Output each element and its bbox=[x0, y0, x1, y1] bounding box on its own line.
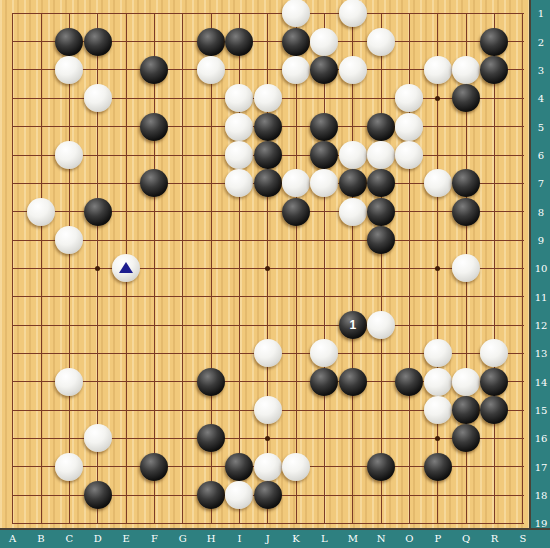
stone-black-F3[interactable] bbox=[140, 56, 168, 84]
stone-black-K8[interactable] bbox=[282, 198, 310, 226]
stone-white-C3[interactable] bbox=[55, 56, 83, 84]
column-label-E: E bbox=[122, 530, 129, 548]
column-label-I: I bbox=[237, 530, 241, 548]
row-label-11: 11 bbox=[535, 291, 548, 302]
stone-white-B8[interactable] bbox=[27, 198, 55, 226]
row-label-14: 14 bbox=[535, 376, 548, 387]
stone-black-J7[interactable] bbox=[254, 169, 282, 197]
row-label-3: 3 bbox=[538, 64, 544, 75]
stone-black-L5[interactable] bbox=[310, 113, 338, 141]
stone-white-P13[interactable] bbox=[424, 339, 452, 367]
stone-black-R14[interactable] bbox=[480, 368, 508, 396]
stone-black-Q4[interactable] bbox=[452, 84, 480, 112]
stone-black-R3[interactable] bbox=[480, 56, 508, 84]
stone-black-N7[interactable] bbox=[367, 169, 395, 197]
row-label-13: 13 bbox=[535, 348, 548, 359]
stone-white-R13[interactable] bbox=[480, 339, 508, 367]
grid-line bbox=[13, 296, 524, 297]
stone-white-P3[interactable] bbox=[424, 56, 452, 84]
row-label-5: 5 bbox=[538, 121, 544, 132]
stone-white-M3[interactable] bbox=[339, 56, 367, 84]
stone-white-M8[interactable] bbox=[339, 198, 367, 226]
marked-point-E10 bbox=[112, 254, 140, 282]
stone-white-O5[interactable] bbox=[395, 113, 423, 141]
stone-black-L3[interactable] bbox=[310, 56, 338, 84]
star-point bbox=[265, 436, 270, 441]
stone-black-P17[interactable] bbox=[424, 453, 452, 481]
stone-white-P7[interactable] bbox=[424, 169, 452, 197]
row-label-1: 1 bbox=[538, 8, 544, 19]
column-label-H: H bbox=[207, 530, 216, 548]
star-point bbox=[435, 436, 440, 441]
row-label-18: 18 bbox=[535, 490, 548, 501]
column-label-A: A bbox=[9, 530, 16, 548]
grid-line bbox=[296, 13, 297, 524]
row-label-15: 15 bbox=[535, 405, 548, 416]
row-labels-strip: 12345678910111213141516171819 bbox=[529, 0, 550, 548]
stone-white-I7[interactable] bbox=[225, 169, 253, 197]
stone-black-J6[interactable] bbox=[254, 141, 282, 169]
star-point bbox=[95, 266, 100, 271]
row-label-17: 17 bbox=[535, 461, 548, 472]
stone-black-Q7[interactable] bbox=[452, 169, 480, 197]
stone-white-J15[interactable] bbox=[254, 396, 282, 424]
stone-white-D4[interactable] bbox=[84, 84, 112, 112]
stone-black-D2[interactable] bbox=[84, 28, 112, 56]
row-label-10: 10 bbox=[535, 263, 548, 274]
row-label-8: 8 bbox=[538, 206, 544, 217]
stone-black-N8[interactable] bbox=[367, 198, 395, 226]
stone-black-N17[interactable] bbox=[367, 453, 395, 481]
triangle-marker bbox=[119, 262, 133, 273]
stone-white-J17[interactable] bbox=[254, 453, 282, 481]
stone-black-J18[interactable] bbox=[254, 481, 282, 509]
stone-black-Q8[interactable] bbox=[452, 198, 480, 226]
move-number-label: 1 bbox=[349, 318, 356, 332]
grid-line bbox=[522, 13, 523, 524]
stone-white-H3[interactable] bbox=[197, 56, 225, 84]
row-label-12: 12 bbox=[535, 320, 548, 331]
column-label-L: L bbox=[321, 530, 328, 548]
stone-white-Q10[interactable] bbox=[452, 254, 480, 282]
star-point bbox=[435, 96, 440, 101]
stone-black-O14[interactable] bbox=[395, 368, 423, 396]
stone-white-I5[interactable] bbox=[225, 113, 253, 141]
stone-white-M6[interactable] bbox=[339, 141, 367, 169]
column-labels-strip: ABCDEFGHIJKLMNOPQRS bbox=[0, 528, 550, 548]
stone-black-M14[interactable] bbox=[339, 368, 367, 396]
stone-white-N2[interactable] bbox=[367, 28, 395, 56]
stone-white-M1[interactable] bbox=[339, 0, 367, 27]
row-label-2: 2 bbox=[538, 36, 544, 47]
stone-white-Q3[interactable] bbox=[452, 56, 480, 84]
stone-black-J5[interactable] bbox=[254, 113, 282, 141]
stone-white-N12[interactable] bbox=[367, 311, 395, 339]
stone-white-C17[interactable] bbox=[55, 453, 83, 481]
stone-white-J13[interactable] bbox=[254, 339, 282, 367]
stone-black-H14[interactable] bbox=[197, 368, 225, 396]
stone-white-C9[interactable] bbox=[55, 226, 83, 254]
star-point bbox=[265, 266, 270, 271]
go-app-window: 1 12345678910111213141516171819 ABCDEFGH… bbox=[0, 0, 550, 548]
column-label-G: G bbox=[179, 530, 187, 548]
stone-white-K17[interactable] bbox=[282, 453, 310, 481]
column-label-K: K bbox=[292, 530, 299, 548]
stone-white-K1[interactable] bbox=[282, 0, 310, 27]
stone-white-I6[interactable] bbox=[225, 141, 253, 169]
stone-white-Q14[interactable] bbox=[452, 368, 480, 396]
stone-white-P15[interactable] bbox=[424, 396, 452, 424]
grid-line bbox=[352, 13, 353, 524]
stone-white-L7[interactable] bbox=[310, 169, 338, 197]
stone-white-C14[interactable] bbox=[55, 368, 83, 396]
stone-white-K3[interactable] bbox=[282, 56, 310, 84]
stone-black-F7[interactable] bbox=[140, 169, 168, 197]
stone-black-D8[interactable] bbox=[84, 198, 112, 226]
column-label-P: P bbox=[434, 530, 441, 548]
labeled-point-M12: 1 bbox=[339, 311, 367, 339]
stone-black-C2[interactable] bbox=[55, 28, 83, 56]
stone-black-H16[interactable] bbox=[197, 424, 225, 452]
stone-white-J4[interactable] bbox=[254, 84, 282, 112]
row-label-7: 7 bbox=[538, 178, 544, 189]
star-point bbox=[435, 266, 440, 271]
stone-white-I4[interactable] bbox=[225, 84, 253, 112]
column-label-Q: Q bbox=[462, 530, 470, 548]
stone-white-O6[interactable] bbox=[395, 141, 423, 169]
column-label-O: O bbox=[405, 530, 413, 548]
grid-line bbox=[324, 13, 325, 524]
stone-white-P14[interactable] bbox=[424, 368, 452, 396]
column-label-R: R bbox=[491, 530, 499, 548]
column-label-M: M bbox=[348, 530, 358, 548]
stone-black-N9[interactable] bbox=[367, 226, 395, 254]
stone-black-L14[interactable] bbox=[310, 368, 338, 396]
column-label-D: D bbox=[94, 530, 102, 548]
stone-black-Q16[interactable] bbox=[452, 424, 480, 452]
stone-black-H18[interactable] bbox=[197, 481, 225, 509]
stone-black-H2[interactable] bbox=[197, 28, 225, 56]
stone-black-Q15[interactable] bbox=[452, 396, 480, 424]
stone-white-L13[interactable] bbox=[310, 339, 338, 367]
stone-black-K2[interactable] bbox=[282, 28, 310, 56]
row-label-6: 6 bbox=[538, 150, 544, 161]
stone-white-L2[interactable] bbox=[310, 28, 338, 56]
grid-line bbox=[381, 13, 382, 524]
column-label-S: S bbox=[519, 530, 526, 548]
stone-black-F5[interactable] bbox=[140, 113, 168, 141]
column-label-C: C bbox=[66, 530, 74, 548]
stone-black-R15[interactable] bbox=[480, 396, 508, 424]
stone-white-I18[interactable] bbox=[225, 481, 253, 509]
stone-white-D16[interactable] bbox=[84, 424, 112, 452]
stone-black-I17[interactable] bbox=[225, 453, 253, 481]
stone-white-C6[interactable] bbox=[55, 141, 83, 169]
stone-black-F17[interactable] bbox=[140, 453, 168, 481]
column-label-F: F bbox=[151, 530, 158, 548]
stone-black-D18[interactable] bbox=[84, 481, 112, 509]
row-label-4: 4 bbox=[538, 93, 544, 104]
stone-black-L6[interactable] bbox=[310, 141, 338, 169]
stone-black-R2[interactable] bbox=[480, 28, 508, 56]
grid-line bbox=[13, 325, 524, 326]
grid-line bbox=[13, 523, 524, 524]
stone-black-N5[interactable] bbox=[367, 113, 395, 141]
grid-line bbox=[494, 13, 495, 524]
column-label-B: B bbox=[37, 530, 44, 548]
stone-black-I2[interactable] bbox=[225, 28, 253, 56]
column-label-N: N bbox=[377, 530, 386, 548]
row-label-9: 9 bbox=[538, 235, 544, 246]
stone-white-O4[interactable] bbox=[395, 84, 423, 112]
stone-white-K7[interactable] bbox=[282, 169, 310, 197]
column-label-J: J bbox=[266, 530, 270, 548]
row-label-16: 16 bbox=[535, 433, 548, 444]
stone-black-M7[interactable] bbox=[339, 169, 367, 197]
stone-white-N6[interactable] bbox=[367, 141, 395, 169]
